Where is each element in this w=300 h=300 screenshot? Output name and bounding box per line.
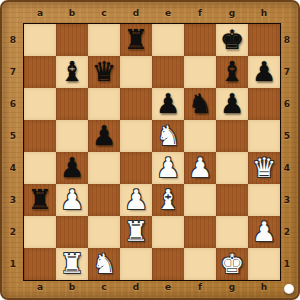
white-pawn-f4[interactable]: ♟ xyxy=(188,152,212,184)
square-a6[interactable] xyxy=(24,88,56,120)
square-f3[interactable] xyxy=(184,184,216,216)
white-bishop-e3[interactable]: ♝ xyxy=(156,184,180,216)
square-d4[interactable] xyxy=(120,152,152,184)
square-a4[interactable] xyxy=(24,152,56,184)
square-g4[interactable] xyxy=(216,152,248,184)
square-d1[interactable] xyxy=(120,248,152,280)
square-e6[interactable]: ♟ xyxy=(152,88,184,120)
square-h1[interactable] xyxy=(248,248,280,280)
black-pawn-c5[interactable]: ♟ xyxy=(92,120,116,152)
rank-label-7: 7 xyxy=(3,56,23,88)
black-rook-d8[interactable]: ♜ xyxy=(124,24,148,56)
square-a3[interactable]: ♜ xyxy=(24,184,56,216)
file-label-f: f xyxy=(184,3,216,23)
square-f7[interactable] xyxy=(184,56,216,88)
square-h6[interactable] xyxy=(248,88,280,120)
square-a1[interactable] xyxy=(24,248,56,280)
square-c7[interactable]: ♛ xyxy=(88,56,120,88)
rank-label-3: 3 xyxy=(3,184,23,216)
rank-label-2: 2 xyxy=(3,216,23,248)
square-f6[interactable]: ♞ xyxy=(184,88,216,120)
square-h2[interactable]: ♟ xyxy=(248,216,280,248)
square-c1[interactable]: ♞ xyxy=(88,248,120,280)
white-pawn-d3[interactable]: ♟ xyxy=(124,184,148,216)
square-b8[interactable] xyxy=(56,24,88,56)
rank-label-5: 5 xyxy=(3,120,23,152)
square-b5[interactable] xyxy=(56,120,88,152)
rank-label-8: 8 xyxy=(3,24,23,56)
white-knight-e5[interactable]: ♞ xyxy=(156,120,180,152)
rank-label-6: 6 xyxy=(3,88,23,120)
square-c2[interactable] xyxy=(88,216,120,248)
square-f2[interactable] xyxy=(184,216,216,248)
square-g5[interactable] xyxy=(216,120,248,152)
file-label-h: h xyxy=(248,3,280,23)
white-rook-d2[interactable]: ♜ xyxy=(124,216,148,248)
file-label-e: e xyxy=(152,3,184,23)
square-g8[interactable]: ♚ xyxy=(216,24,248,56)
square-g7[interactable]: ♝ xyxy=(216,56,248,88)
square-g1[interactable]: ♚ xyxy=(216,248,248,280)
square-f5[interactable] xyxy=(184,120,216,152)
square-h7[interactable]: ♟ xyxy=(248,56,280,88)
square-d5[interactable] xyxy=(120,120,152,152)
black-rook-a3[interactable]: ♜ xyxy=(28,184,52,216)
square-c8[interactable] xyxy=(88,24,120,56)
square-c5[interactable]: ♟ xyxy=(88,120,120,152)
square-a2[interactable] xyxy=(24,216,56,248)
file-label-d: d xyxy=(120,3,152,23)
black-knight-f6[interactable]: ♞ xyxy=(188,88,212,120)
square-f1[interactable] xyxy=(184,248,216,280)
black-pawn-g6[interactable]: ♟ xyxy=(220,88,244,120)
square-g6[interactable]: ♟ xyxy=(216,88,248,120)
square-b3[interactable]: ♟ xyxy=(56,184,88,216)
chess-board-frame: abcdefgh abcdefgh 87654321 87654321 ♜♚♝♛… xyxy=(0,0,300,300)
white-knight-c1[interactable]: ♞ xyxy=(92,248,116,280)
square-c6[interactable] xyxy=(88,88,120,120)
square-g3[interactable] xyxy=(216,184,248,216)
rank-label-4: 4 xyxy=(3,152,23,184)
file-label-g: g xyxy=(216,3,248,23)
square-e3[interactable]: ♝ xyxy=(152,184,184,216)
square-e8[interactable] xyxy=(152,24,184,56)
white-pawn-b3[interactable]: ♟ xyxy=(60,184,84,216)
black-pawn-b4[interactable]: ♟ xyxy=(60,152,84,184)
square-d6[interactable] xyxy=(120,88,152,120)
rank-labels-left: 87654321 xyxy=(3,24,23,280)
white-king-g1[interactable]: ♚ xyxy=(220,248,244,280)
black-pawn-e6[interactable]: ♟ xyxy=(156,88,180,120)
file-label-a: a xyxy=(24,3,56,23)
black-queen-c7[interactable]: ♛ xyxy=(92,56,116,88)
square-c3[interactable] xyxy=(88,184,120,216)
square-d2[interactable]: ♜ xyxy=(120,216,152,248)
black-bishop-g7[interactable]: ♝ xyxy=(220,56,244,88)
black-bishop-b7[interactable]: ♝ xyxy=(60,56,84,88)
square-b6[interactable] xyxy=(56,88,88,120)
white-queen-h4[interactable]: ♛ xyxy=(252,152,276,184)
file-labels-top: abcdefgh xyxy=(24,3,280,23)
square-c4[interactable] xyxy=(88,152,120,184)
square-a8[interactable] xyxy=(24,24,56,56)
square-d7[interactable] xyxy=(120,56,152,88)
square-e5[interactable]: ♞ xyxy=(152,120,184,152)
black-king-g8[interactable]: ♚ xyxy=(220,24,244,56)
square-b2[interactable] xyxy=(56,216,88,248)
square-b1[interactable]: ♜ xyxy=(56,248,88,280)
square-e2[interactable] xyxy=(152,216,184,248)
black-pawn-h7[interactable]: ♟ xyxy=(252,56,276,88)
square-e1[interactable] xyxy=(152,248,184,280)
square-b7[interactable]: ♝ xyxy=(56,56,88,88)
square-f4[interactable]: ♟ xyxy=(184,152,216,184)
square-h3[interactable] xyxy=(248,184,280,216)
chess-board: ♜♚♝♛♝♟♟♞♟♟♞♟♟♟♛♜♟♟♝♜♟♜♞♚ xyxy=(23,23,281,281)
rank-label-1: 1 xyxy=(3,248,23,280)
square-e4[interactable]: ♟ xyxy=(152,152,184,184)
square-h5[interactable] xyxy=(248,120,280,152)
white-rook-b1[interactable]: ♜ xyxy=(60,248,84,280)
square-a7[interactable] xyxy=(24,56,56,88)
file-label-b: b xyxy=(56,3,88,23)
square-e7[interactable] xyxy=(152,56,184,88)
square-h4[interactable]: ♛ xyxy=(248,152,280,184)
white-pawn-h2[interactable]: ♟ xyxy=(252,216,276,248)
square-h8[interactable] xyxy=(248,24,280,56)
white-pawn-e4[interactable]: ♟ xyxy=(156,152,180,184)
square-d8[interactable]: ♜ xyxy=(120,24,152,56)
square-g2[interactable] xyxy=(216,216,248,248)
file-label-c: c xyxy=(88,3,120,23)
square-a5[interactable] xyxy=(24,120,56,152)
square-f8[interactable] xyxy=(184,24,216,56)
side-to-move-indicator xyxy=(284,284,294,294)
square-d3[interactable]: ♟ xyxy=(120,184,152,216)
square-b4[interactable]: ♟ xyxy=(56,152,88,184)
